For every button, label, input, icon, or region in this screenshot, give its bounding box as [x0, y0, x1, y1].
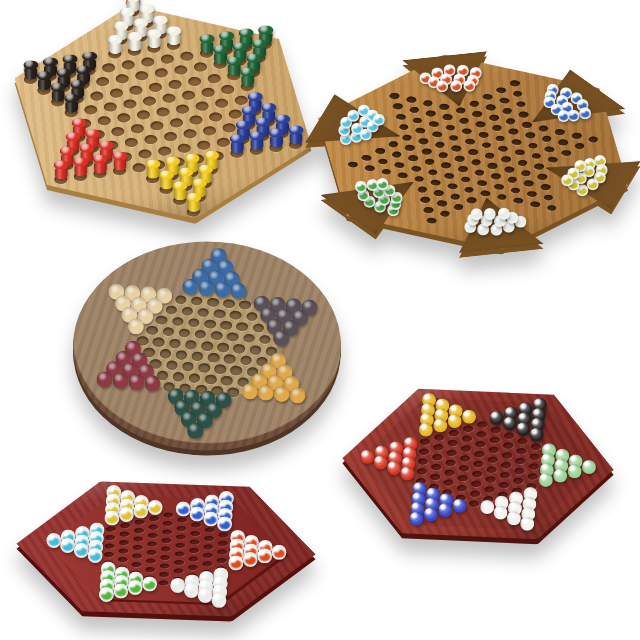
board-hole[interactable] — [173, 551, 186, 558]
marble[interactable] — [420, 413, 434, 427]
board-hole[interactable] — [136, 110, 151, 121]
board-hole[interactable] — [443, 172, 455, 179]
board-hole[interactable] — [143, 575, 156, 582]
marble[interactable] — [444, 64, 456, 76]
board-hole[interactable] — [227, 387, 240, 397]
board-hole[interactable] — [214, 98, 229, 109]
board-hole[interactable] — [148, 507, 161, 514]
board-hole[interactable] — [463, 415, 476, 423]
board-hole[interactable] — [288, 139, 303, 150]
board-hole[interactable] — [449, 409, 462, 417]
marble[interactable] — [373, 455, 387, 469]
marble[interactable] — [73, 543, 88, 558]
board-hole[interactable] — [474, 121, 486, 128]
wood-ball[interactable] — [157, 288, 173, 304]
board-hole[interactable] — [449, 193, 461, 200]
board-hole[interactable] — [523, 180, 535, 187]
marble[interactable] — [100, 562, 115, 577]
board-hole[interactable] — [555, 464, 568, 472]
board-hole[interactable] — [137, 148, 152, 159]
wood-ball[interactable] — [276, 309, 292, 325]
marble[interactable] — [388, 451, 402, 465]
wood-ball[interactable] — [96, 371, 112, 387]
board-hole[interactable] — [403, 452, 416, 460]
wood-ball[interactable] — [211, 248, 227, 264]
board-hole[interactable] — [208, 112, 223, 123]
marble[interactable] — [567, 464, 581, 478]
board-hole[interactable] — [456, 474, 469, 482]
peg[interactable] — [24, 68, 37, 80]
board-hole[interactable] — [130, 561, 143, 568]
board-hole[interactable] — [410, 165, 422, 172]
board-hole[interactable] — [112, 165, 127, 176]
board-hole[interactable] — [148, 82, 163, 93]
board-hole[interactable] — [149, 359, 162, 369]
board-hole[interactable] — [212, 600, 225, 607]
peg[interactable] — [120, 14, 133, 26]
marble[interactable] — [367, 179, 379, 191]
wood-ball[interactable] — [216, 392, 232, 408]
board-hole[interactable] — [215, 557, 228, 564]
peg[interactable] — [44, 65, 57, 77]
board-hole[interactable] — [110, 126, 125, 137]
board-hole[interactable] — [517, 159, 529, 166]
peg[interactable] — [256, 124, 269, 136]
board-hole[interactable] — [392, 103, 404, 110]
board-hole[interactable] — [193, 62, 208, 73]
peg[interactable] — [140, 11, 153, 23]
marble[interactable] — [213, 568, 228, 583]
board-hole[interactable] — [500, 156, 512, 163]
wood-ball[interactable] — [132, 352, 148, 368]
board-hole[interactable] — [527, 142, 539, 149]
marble[interactable] — [464, 221, 476, 233]
board-hole[interactable] — [69, 93, 84, 104]
peg[interactable] — [86, 137, 99, 149]
board-hole[interactable] — [120, 497, 133, 504]
board-hole[interactable] — [88, 555, 101, 562]
board-hole[interactable] — [490, 416, 503, 424]
board-hole[interactable] — [434, 424, 447, 432]
board-hole[interactable] — [450, 145, 462, 152]
board-hole[interactable] — [175, 104, 190, 115]
board-hole[interactable] — [417, 448, 430, 456]
marble[interactable] — [114, 567, 129, 582]
marble[interactable] — [375, 445, 389, 459]
wood-ball[interactable] — [260, 363, 276, 379]
board-hole[interactable] — [245, 312, 258, 322]
peg[interactable] — [108, 42, 121, 54]
board-hole[interactable] — [59, 160, 74, 171]
board-hole[interactable] — [418, 438, 431, 446]
board-hole[interactable] — [121, 60, 136, 71]
board-hole[interactable] — [471, 470, 484, 478]
board-hole[interactable] — [202, 126, 217, 137]
board-hole[interactable] — [230, 545, 243, 552]
board-hole[interactable] — [518, 417, 531, 425]
board-hole[interactable] — [533, 163, 545, 170]
board-hole[interactable] — [447, 429, 460, 437]
board-hole[interactable] — [134, 510, 147, 517]
board-hole[interactable] — [103, 543, 116, 550]
board-hole[interactable] — [132, 536, 145, 543]
board-hole[interactable] — [446, 439, 459, 447]
board-hole[interactable] — [568, 469, 581, 477]
board-hole[interactable] — [476, 421, 489, 429]
peg[interactable] — [146, 167, 159, 179]
board-hole[interactable] — [179, 51, 194, 62]
peg[interactable] — [205, 158, 218, 170]
peg[interactable] — [66, 139, 79, 151]
wood-ball[interactable] — [113, 373, 129, 389]
board-hole[interactable] — [129, 578, 142, 585]
marble[interactable] — [376, 178, 388, 190]
board-hole[interactable] — [136, 336, 149, 346]
board-hole[interactable] — [158, 563, 171, 570]
marble[interactable] — [457, 65, 469, 77]
board-hole[interactable] — [526, 473, 539, 481]
marble[interactable] — [230, 530, 245, 545]
peg[interactable] — [241, 74, 254, 86]
marble[interactable] — [506, 212, 518, 224]
wood-ball[interactable] — [174, 400, 190, 416]
board-hole[interactable] — [62, 68, 77, 79]
board-hole[interactable] — [482, 93, 494, 100]
board-hole[interactable] — [509, 187, 521, 194]
marble[interactable] — [438, 503, 452, 517]
marble[interactable] — [433, 418, 447, 432]
peg[interactable] — [38, 79, 51, 91]
board-hole[interactable] — [429, 473, 442, 481]
marble[interactable] — [494, 496, 508, 510]
board-hole[interactable] — [145, 549, 158, 556]
marble[interactable] — [547, 84, 559, 96]
wood-ball[interactable] — [197, 413, 213, 429]
wood-ball[interactable] — [260, 307, 276, 323]
board-hole[interactable] — [172, 195, 187, 206]
peg[interactable] — [71, 87, 84, 99]
board-hole[interactable] — [547, 156, 559, 163]
board-hole[interactable] — [152, 29, 167, 40]
board-hole[interactable] — [107, 49, 122, 60]
marble[interactable] — [60, 530, 75, 545]
marble[interactable] — [558, 110, 570, 122]
board-hole[interactable] — [470, 480, 483, 488]
board-hole[interactable] — [241, 120, 256, 131]
board-hole[interactable] — [507, 516, 520, 524]
board-hole[interactable] — [42, 71, 57, 82]
peg[interactable] — [230, 141, 243, 153]
marble[interactable] — [87, 548, 102, 563]
board-hole[interactable] — [213, 591, 226, 598]
marble[interactable] — [367, 109, 379, 121]
board-hole[interactable] — [259, 335, 272, 345]
board-hole[interactable] — [495, 501, 508, 509]
peg[interactable] — [199, 172, 212, 184]
wood-ball[interactable] — [190, 401, 206, 417]
marble[interactable] — [576, 99, 588, 111]
board-hole[interactable] — [116, 112, 131, 123]
wood-ball[interactable] — [181, 411, 197, 427]
board-hole[interactable] — [444, 124, 456, 131]
marble[interactable] — [523, 487, 537, 501]
board-hole[interactable] — [417, 138, 429, 145]
board-hole[interactable] — [161, 529, 174, 536]
marble[interactable] — [409, 512, 423, 526]
board-hole[interactable] — [440, 162, 452, 169]
board-hole[interactable] — [214, 574, 227, 581]
board-hole[interactable] — [473, 169, 485, 176]
board-hole[interactable] — [423, 398, 436, 406]
board-hole[interactable] — [162, 512, 175, 519]
marble[interactable] — [360, 128, 372, 140]
marble[interactable] — [142, 577, 157, 592]
board-hole[interactable] — [229, 148, 244, 159]
peg[interactable] — [214, 52, 227, 64]
board-hole[interactable] — [220, 321, 233, 331]
board-hole[interactable] — [188, 115, 203, 126]
board-hole[interactable] — [512, 477, 525, 485]
board-hole[interactable] — [74, 550, 87, 557]
board-hole[interactable] — [434, 141, 446, 148]
board-hole[interactable] — [540, 468, 553, 476]
board-hole[interactable] — [419, 428, 432, 436]
marble[interactable] — [339, 124, 351, 136]
marble[interactable] — [373, 114, 385, 126]
board-hole[interactable] — [272, 552, 285, 559]
board-hole[interactable] — [437, 151, 449, 158]
board-hole[interactable] — [189, 522, 202, 529]
board-hole[interactable] — [175, 525, 188, 532]
marble[interactable] — [120, 490, 135, 505]
board-hole[interactable] — [501, 442, 514, 450]
board-hole[interactable] — [430, 179, 442, 186]
board-hole[interactable] — [543, 146, 555, 153]
marble[interactable] — [436, 80, 448, 92]
marble[interactable] — [119, 499, 134, 514]
marble[interactable] — [543, 96, 555, 108]
marble[interactable] — [570, 92, 582, 104]
board-hole[interactable] — [190, 513, 203, 520]
board-hole[interactable] — [539, 184, 551, 191]
board-hole[interactable] — [89, 546, 102, 553]
board-hole[interactable] — [458, 455, 471, 463]
marble[interactable] — [127, 580, 142, 595]
board-hole[interactable] — [432, 443, 445, 451]
board-hole[interactable] — [416, 186, 428, 193]
peg[interactable] — [153, 22, 166, 34]
board-hole[interactable] — [446, 183, 458, 190]
board-hole[interactable] — [205, 501, 218, 508]
board-hole[interactable] — [240, 81, 255, 92]
board-hole[interactable] — [101, 63, 116, 74]
marble[interactable] — [517, 412, 531, 426]
board-hole[interactable] — [542, 194, 554, 201]
board-hole[interactable] — [204, 319, 217, 329]
marble[interactable] — [360, 450, 374, 464]
board-hole[interactable] — [402, 462, 415, 470]
board-hole[interactable] — [425, 217, 437, 224]
board-hole[interactable] — [506, 176, 518, 183]
board-hole[interactable] — [419, 196, 431, 203]
peg[interactable] — [74, 164, 87, 176]
board-hole[interactable] — [503, 166, 515, 173]
board-hole[interactable] — [131, 162, 146, 173]
board-hole[interactable] — [131, 544, 144, 551]
wood-ball[interactable] — [145, 375, 161, 391]
board-hole[interactable] — [516, 437, 529, 445]
marble[interactable] — [583, 165, 595, 177]
board-hole[interactable] — [363, 165, 375, 172]
board-hole[interactable] — [219, 498, 232, 505]
board-hole[interactable] — [517, 427, 530, 435]
marble[interactable] — [88, 540, 103, 555]
board-hole[interactable] — [47, 540, 60, 547]
board-hole[interactable] — [79, 157, 94, 168]
wood-ball[interactable] — [302, 300, 318, 316]
marble[interactable] — [244, 535, 259, 550]
board-hole[interactable] — [435, 414, 448, 422]
board-hole[interactable] — [457, 464, 470, 472]
board-hole[interactable] — [582, 465, 595, 473]
board-hole[interactable] — [171, 576, 184, 583]
wood-ball[interactable] — [270, 352, 286, 368]
board-hole[interactable] — [524, 492, 537, 500]
board-hole[interactable] — [512, 90, 524, 97]
board-hole[interactable] — [468, 100, 480, 107]
board-hole[interactable] — [206, 73, 221, 84]
marble[interactable] — [560, 87, 572, 99]
wood-ball[interactable] — [167, 388, 183, 404]
board-hole[interactable] — [482, 495, 495, 503]
board-hole[interactable] — [513, 149, 525, 156]
board-hole[interactable] — [388, 92, 400, 99]
board-hole[interactable] — [521, 522, 534, 530]
marble[interactable] — [218, 500, 233, 515]
board-hole[interactable] — [426, 493, 439, 501]
marble[interactable] — [105, 494, 120, 509]
board-hole[interactable] — [243, 559, 256, 566]
board-hole[interactable] — [246, 367, 259, 377]
wood-ball[interactable] — [267, 374, 283, 390]
wood-ball[interactable] — [224, 271, 240, 287]
board-hole[interactable] — [103, 101, 118, 112]
board-hole[interactable] — [533, 403, 546, 411]
peg[interactable] — [99, 148, 112, 160]
board-hole[interactable] — [464, 138, 476, 145]
board-hole[interactable] — [101, 577, 114, 584]
board-hole[interactable] — [413, 487, 426, 495]
board-hole[interactable] — [510, 138, 522, 145]
board-hole[interactable] — [573, 142, 585, 149]
wood-ball[interactable] — [140, 286, 156, 302]
marble[interactable] — [229, 547, 244, 562]
board-hole[interactable] — [189, 530, 202, 537]
board-hole[interactable] — [188, 539, 201, 546]
marble[interactable] — [586, 178, 598, 190]
board-hole[interactable] — [461, 128, 473, 135]
board-hole[interactable] — [157, 145, 172, 156]
wood-ball[interactable] — [115, 351, 131, 367]
peg[interactable] — [275, 121, 288, 133]
board-hole[interactable] — [197, 308, 210, 318]
marble[interactable] — [175, 502, 190, 517]
marble[interactable] — [99, 587, 114, 602]
marble[interactable] — [74, 535, 89, 550]
board-hole[interactable] — [162, 327, 175, 337]
board-hole[interactable] — [130, 123, 145, 134]
marble[interactable] — [554, 459, 568, 473]
marble[interactable] — [470, 67, 482, 79]
marble[interactable] — [594, 172, 606, 184]
board-hole[interactable] — [498, 471, 511, 479]
board-hole[interactable] — [485, 466, 498, 474]
peg[interactable] — [160, 178, 173, 190]
marble[interactable] — [229, 539, 244, 554]
marble[interactable] — [128, 572, 143, 587]
board-hole[interactable] — [142, 96, 157, 107]
board-hole[interactable] — [160, 537, 173, 544]
wood-ball[interactable] — [269, 297, 285, 313]
board-hole[interactable] — [178, 181, 193, 192]
wood-ball[interactable] — [277, 364, 293, 380]
board-hole[interactable] — [203, 527, 216, 534]
board-hole[interactable] — [145, 173, 160, 184]
board-hole[interactable] — [238, 42, 253, 53]
board-hole[interactable] — [170, 156, 185, 167]
board-hole[interactable] — [471, 110, 483, 117]
wood-ball[interactable] — [266, 319, 282, 335]
board-hole[interactable] — [438, 103, 450, 110]
board-hole[interactable] — [98, 154, 113, 165]
marble[interactable] — [516, 422, 530, 436]
marble[interactable] — [203, 503, 218, 518]
marble[interactable] — [481, 214, 493, 226]
marble[interactable] — [359, 116, 371, 128]
board-hole[interactable] — [452, 203, 464, 210]
board-hole[interactable] — [89, 90, 104, 101]
board-hole[interactable] — [521, 121, 533, 128]
board-hole[interactable] — [442, 479, 455, 487]
wood-ball[interactable] — [214, 281, 230, 297]
marble[interactable] — [212, 576, 227, 591]
marble[interactable] — [562, 102, 574, 114]
board-hole[interactable] — [159, 546, 172, 553]
board-hole[interactable] — [268, 142, 283, 153]
board-hole[interactable] — [181, 90, 196, 101]
board-hole[interactable] — [134, 502, 147, 509]
board-hole[interactable] — [556, 454, 569, 462]
board-hole[interactable] — [374, 147, 386, 154]
board-hole[interactable] — [156, 371, 169, 381]
board-hole[interactable] — [414, 477, 427, 485]
board-hole[interactable] — [530, 433, 543, 441]
board-hole[interactable] — [204, 518, 217, 525]
board-hole[interactable] — [475, 430, 488, 438]
board-hole[interactable] — [244, 542, 257, 549]
peg[interactable] — [248, 99, 261, 111]
board-hole[interactable] — [554, 474, 567, 482]
marble[interactable] — [450, 80, 462, 92]
board-hole[interactable] — [404, 144, 416, 151]
marble[interactable] — [503, 416, 517, 430]
marble[interactable] — [391, 192, 403, 204]
wood-ball[interactable] — [125, 340, 141, 356]
board-hole[interactable] — [425, 503, 438, 511]
board-hole[interactable] — [390, 446, 403, 454]
board-hole[interactable] — [116, 556, 129, 563]
board-hole[interactable] — [229, 562, 242, 569]
